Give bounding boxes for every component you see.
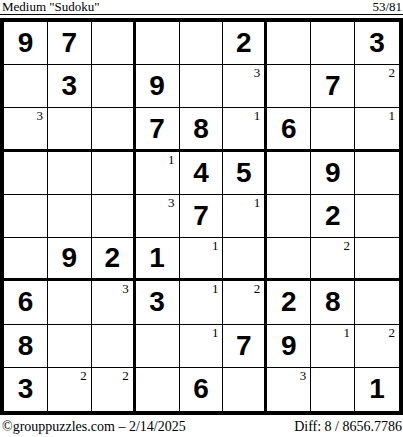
cell-r4c2[interactable] bbox=[48, 152, 92, 195]
cell-r2c9[interactable]: 2 bbox=[355, 65, 399, 108]
cell-r3c9[interactable]: 1 bbox=[355, 108, 399, 151]
pencil-mark: 1 bbox=[389, 109, 396, 122]
pencil-mark: 1 bbox=[254, 196, 261, 209]
cell-r3c3[interactable] bbox=[92, 108, 136, 151]
cell-r3c4[interactable]: 7 bbox=[136, 108, 180, 151]
given-digit: 6 bbox=[18, 288, 34, 316]
pencil-mark: 1 bbox=[254, 109, 261, 122]
pencil-mark: 2 bbox=[254, 282, 261, 295]
cell-r3c5[interactable]: 8 bbox=[180, 108, 224, 151]
cell-r8c9[interactable]: 2 bbox=[355, 325, 399, 368]
sudoku-board: 9723393723781611459371292112633122881791… bbox=[0, 18, 403, 415]
cell-r2c2[interactable]: 3 bbox=[48, 65, 92, 108]
cell-r6c1[interactable] bbox=[4, 238, 48, 281]
given-digit: 6 bbox=[281, 115, 297, 143]
cell-r3c1[interactable]: 3 bbox=[4, 108, 48, 151]
cell-r7c5[interactable]: 1 bbox=[180, 281, 224, 324]
cell-r5c3[interactable] bbox=[92, 195, 136, 238]
given-digit: 7 bbox=[325, 72, 341, 100]
cell-r9c7[interactable]: 3 bbox=[267, 368, 311, 411]
given-digit: 2 bbox=[281, 288, 297, 316]
pencil-mark: 3 bbox=[122, 282, 129, 295]
cell-r1c9[interactable]: 3 bbox=[355, 22, 399, 65]
cell-r5c2[interactable] bbox=[48, 195, 92, 238]
cell-r4c8[interactable]: 9 bbox=[311, 152, 355, 195]
cell-r4c5[interactable]: 4 bbox=[180, 152, 224, 195]
cell-r4c4[interactable]: 1 bbox=[136, 152, 180, 195]
given-digit: 8 bbox=[18, 332, 34, 360]
pencil-mark: 3 bbox=[300, 369, 307, 382]
cell-r1c5[interactable] bbox=[180, 22, 224, 65]
cell-r9c9[interactable]: 1 bbox=[355, 368, 399, 411]
cell-r1c4[interactable] bbox=[136, 22, 180, 65]
cell-r5c4[interactable]: 3 bbox=[136, 195, 180, 238]
cell-r3c2[interactable] bbox=[48, 108, 92, 151]
pencil-mark: 1 bbox=[212, 239, 219, 252]
cell-r9c4[interactable] bbox=[136, 368, 180, 411]
given-digit: 2 bbox=[104, 244, 120, 272]
given-digit: 1 bbox=[369, 375, 385, 403]
cell-r8c7[interactable]: 9 bbox=[267, 325, 311, 368]
footer-difficulty: Diff: 8 / 8656.7786 bbox=[294, 419, 402, 434]
cell-r5c7[interactable] bbox=[267, 195, 311, 238]
cell-r8c1[interactable]: 8 bbox=[4, 325, 48, 368]
pencil-mark: 1 bbox=[168, 153, 175, 166]
given-digit: 7 bbox=[62, 29, 78, 57]
cell-r6c6[interactable] bbox=[223, 238, 267, 281]
given-digit: 2 bbox=[325, 202, 341, 230]
given-digit: 8 bbox=[193, 115, 209, 143]
cell-r8c2[interactable] bbox=[48, 325, 92, 368]
cell-r2c8[interactable]: 7 bbox=[311, 65, 355, 108]
pencil-mark: 2 bbox=[389, 66, 396, 79]
cell-r1c3[interactable] bbox=[92, 22, 136, 65]
cell-r2c3[interactable] bbox=[92, 65, 136, 108]
given-digit: 7 bbox=[193, 202, 209, 230]
cell-r4c7[interactable] bbox=[267, 152, 311, 195]
cell-r2c7[interactable] bbox=[267, 65, 311, 108]
cell-r1c6[interactable]: 2 bbox=[223, 22, 267, 65]
given-digit: 7 bbox=[236, 332, 252, 360]
pencil-mark: 1 bbox=[344, 326, 351, 339]
cell-r6c7[interactable] bbox=[267, 238, 311, 281]
given-digit: 9 bbox=[149, 72, 165, 100]
cell-r7c9[interactable] bbox=[355, 281, 399, 324]
cell-r8c3[interactable] bbox=[92, 325, 136, 368]
given-digit: 3 bbox=[149, 288, 165, 316]
cell-r7c6[interactable]: 2 bbox=[223, 281, 267, 324]
footer-credit: ©grouppuzzles.com – 2/14/2025 bbox=[2, 419, 186, 434]
cell-r9c8[interactable] bbox=[311, 368, 355, 411]
cell-r1c1[interactable]: 9 bbox=[4, 22, 48, 65]
cell-r2c5[interactable] bbox=[180, 65, 224, 108]
given-digit: 3 bbox=[369, 29, 385, 57]
pencil-mark: 3 bbox=[36, 109, 43, 122]
cell-r5c9[interactable] bbox=[355, 195, 399, 238]
cell-r7c2[interactable] bbox=[48, 281, 92, 324]
given-digit: 6 bbox=[193, 375, 209, 403]
cell-r4c1[interactable] bbox=[4, 152, 48, 195]
cell-r9c3[interactable]: 2 bbox=[92, 368, 136, 411]
cell-r2c6[interactable]: 3 bbox=[223, 65, 267, 108]
given-digit: 9 bbox=[62, 244, 78, 272]
cell-r6c5[interactable]: 1 bbox=[180, 238, 224, 281]
puzzle-counter: 53/81 bbox=[372, 0, 402, 14]
given-digit: 9 bbox=[325, 159, 341, 187]
cell-r5c6[interactable]: 1 bbox=[223, 195, 267, 238]
pencil-mark: 2 bbox=[80, 369, 87, 382]
cell-r1c2[interactable]: 7 bbox=[48, 22, 92, 65]
cell-r5c5[interactable]: 7 bbox=[180, 195, 224, 238]
pencil-mark: 1 bbox=[212, 282, 219, 295]
cell-r9c6[interactable] bbox=[223, 368, 267, 411]
cell-r4c3[interactable] bbox=[92, 152, 136, 195]
given-digit: 7 bbox=[149, 115, 165, 143]
cell-r9c1[interactable]: 3 bbox=[4, 368, 48, 411]
cell-r4c9[interactable] bbox=[355, 152, 399, 195]
pencil-mark: 2 bbox=[344, 239, 351, 252]
given-digit: 8 bbox=[325, 288, 341, 316]
cell-r9c5[interactable]: 6 bbox=[180, 368, 224, 411]
cell-r7c7[interactable]: 2 bbox=[267, 281, 311, 324]
pencil-mark: 2 bbox=[122, 369, 129, 382]
cell-r8c5[interactable]: 1 bbox=[180, 325, 224, 368]
cell-r3c7[interactable]: 6 bbox=[267, 108, 311, 151]
cell-r2c1[interactable] bbox=[4, 65, 48, 108]
cell-r9c2[interactable]: 2 bbox=[48, 368, 92, 411]
given-digit: 3 bbox=[62, 72, 78, 100]
cell-r6c3[interactable]: 2 bbox=[92, 238, 136, 281]
given-digit: 2 bbox=[236, 29, 252, 57]
page-title: Medium "Sudoku" bbox=[2, 0, 100, 14]
cell-r7c8[interactable]: 8 bbox=[311, 281, 355, 324]
cell-r5c1[interactable] bbox=[4, 195, 48, 238]
given-digit: 3 bbox=[18, 375, 34, 403]
given-digit: 9 bbox=[281, 332, 297, 360]
cell-r1c8[interactable] bbox=[311, 22, 355, 65]
cell-r6c4[interactable]: 1 bbox=[136, 238, 180, 281]
cell-r7c3[interactable]: 3 bbox=[92, 281, 136, 324]
pencil-mark: 3 bbox=[254, 66, 261, 79]
cell-r2c4[interactable]: 9 bbox=[136, 65, 180, 108]
header-rule bbox=[0, 14, 403, 15]
given-digit: 4 bbox=[193, 159, 209, 187]
cell-r6c2[interactable]: 9 bbox=[48, 238, 92, 281]
cell-r8c4[interactable] bbox=[136, 325, 180, 368]
given-digit: 9 bbox=[18, 29, 34, 57]
given-digit: 5 bbox=[236, 159, 252, 187]
cell-r6c8[interactable]: 2 bbox=[311, 238, 355, 281]
pencil-mark: 2 bbox=[389, 326, 396, 339]
cell-r4c6[interactable]: 5 bbox=[223, 152, 267, 195]
page-footer: ©grouppuzzles.com – 2/14/2025 Diff: 8 / … bbox=[2, 419, 402, 434]
cell-r3c8[interactable] bbox=[311, 108, 355, 151]
pencil-mark: 1 bbox=[212, 326, 219, 339]
cell-r8c6[interactable]: 7 bbox=[223, 325, 267, 368]
cell-r7c1[interactable]: 6 bbox=[4, 281, 48, 324]
given-digit: 1 bbox=[149, 244, 165, 272]
cell-r7c4[interactable]: 3 bbox=[136, 281, 180, 324]
cell-r8c8[interactable]: 1 bbox=[311, 325, 355, 368]
cell-r1c7[interactable] bbox=[267, 22, 311, 65]
page-header: Medium "Sudoku" 53/81 bbox=[2, 0, 402, 14]
cell-r3c6[interactable]: 1 bbox=[223, 108, 267, 151]
pencil-mark: 3 bbox=[168, 196, 175, 209]
cell-r6c9[interactable] bbox=[355, 238, 399, 281]
cell-r5c8[interactable]: 2 bbox=[311, 195, 355, 238]
